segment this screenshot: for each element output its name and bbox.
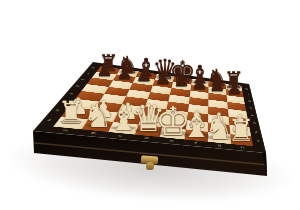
piece-black-pawn-b7[interactable]: ♟ xyxy=(115,64,133,82)
piece-black-pawn-e7[interactable]: ♟ xyxy=(172,71,190,89)
piece-black-pawn-c7[interactable]: ♟ xyxy=(135,66,153,84)
piece-black-pawn-a7[interactable]: ♟ xyxy=(95,61,113,79)
piece-black-pawn-h7[interactable]: ♟ xyxy=(225,79,243,97)
piece-black-pawn-g7[interactable]: ♟ xyxy=(208,76,226,94)
pieces-layer: ♜♞♝♛♚♝♞♜♟♟♟♟♟♟♟♟♟♟♟♟♟♟♟♟♜♞♝♛♚♝♞♜ xyxy=(0,0,300,210)
piece-white-rook-h1[interactable]: ♜ xyxy=(226,116,257,147)
piece-black-pawn-f7[interactable]: ♟ xyxy=(190,74,208,92)
piece-black-pawn-d7[interactable]: ♟ xyxy=(154,69,172,87)
chess-set-product-photo: aa88bb77cc66dd55ee44ff33gg22hh11 ♜♞♝♛♚♝♞… xyxy=(0,0,300,210)
